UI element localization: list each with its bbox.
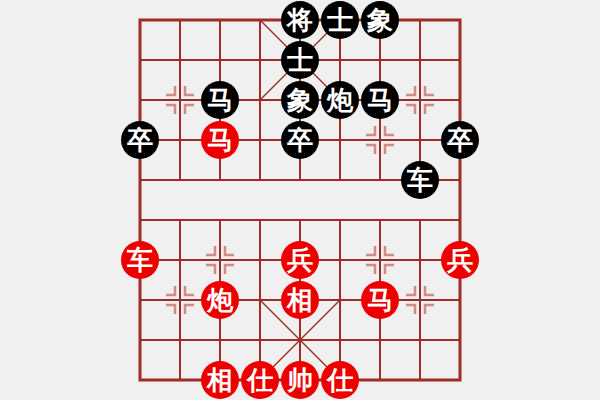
- black-chariot[interactable]: 车: [401, 161, 439, 199]
- red-chariot[interactable]: 车: [121, 241, 159, 279]
- black-horse[interactable]: 马: [361, 81, 399, 119]
- black-elephant[interactable]: 象: [361, 1, 399, 39]
- red-elephant[interactable]: 相: [201, 361, 239, 399]
- red-soldier[interactable]: 兵: [281, 241, 319, 279]
- black-soldier[interactable]: 卒: [441, 121, 479, 159]
- red-horse[interactable]: 马: [201, 121, 239, 159]
- black-advisor[interactable]: 士: [281, 41, 319, 79]
- piece-layer: 将士象士马象炮马卒马卒卒车车兵兵炮相马相仕帅仕: [120, 0, 480, 400]
- xiangqi-board: 将士象士马象炮马卒马卒卒车车兵兵炮相马相仕帅仕: [0, 0, 600, 400]
- red-elephant[interactable]: 相: [281, 281, 319, 319]
- red-horse[interactable]: 马: [361, 281, 399, 319]
- red-soldier[interactable]: 兵: [441, 241, 479, 279]
- black-elephant[interactable]: 象: [281, 81, 319, 119]
- black-soldier[interactable]: 卒: [281, 121, 319, 159]
- black-general[interactable]: 将: [281, 1, 319, 39]
- red-advisor[interactable]: 仕: [321, 361, 359, 399]
- red-general[interactable]: 帅: [281, 361, 319, 399]
- black-cannon[interactable]: 炮: [321, 81, 359, 119]
- black-advisor[interactable]: 士: [321, 1, 359, 39]
- red-advisor[interactable]: 仕: [241, 361, 279, 399]
- black-soldier[interactable]: 卒: [121, 121, 159, 159]
- red-cannon[interactable]: 炮: [201, 281, 239, 319]
- black-horse[interactable]: 马: [201, 81, 239, 119]
